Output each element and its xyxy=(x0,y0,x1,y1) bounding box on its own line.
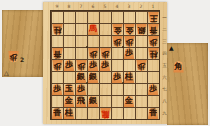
piece-7e: 歩 xyxy=(76,60,87,72)
gote-hand-歩: 歩 xyxy=(8,51,19,63)
sente-hand-角: 角 xyxy=(173,61,184,73)
hoshi-point xyxy=(86,46,88,48)
piece-1g: 歩 xyxy=(148,84,159,96)
file-label-6: 6 xyxy=(87,4,99,10)
piece-5i: 龍 xyxy=(100,108,111,120)
piece-9i: 香 xyxy=(52,108,63,120)
rank-label-2: 二 xyxy=(161,23,168,35)
file-label-2: 2 xyxy=(135,4,147,10)
piece-9e: 歩 xyxy=(52,60,63,72)
piece-4b: 金 xyxy=(112,24,123,36)
piece-8h: 金 xyxy=(64,96,75,108)
hoshi-point xyxy=(122,82,124,84)
sente-turn-marker: ▲ xyxy=(169,45,174,51)
piece-3d: 歩 xyxy=(124,48,135,60)
piece-3c: 歩 xyxy=(124,36,135,48)
rank-label-1: 一 xyxy=(161,11,168,23)
piece-7g: 歩 xyxy=(76,84,87,96)
piece-2b: 銀 xyxy=(136,24,147,36)
gote-side-marker: △ xyxy=(4,70,9,76)
piece-3h: 金 xyxy=(124,96,135,108)
piece-9g: 歩 xyxy=(52,84,63,96)
file-label-3: 3 xyxy=(123,4,135,10)
hoshi-point xyxy=(86,82,88,84)
piece-2e: 歩 xyxy=(136,60,147,72)
piece-7h: 飛 xyxy=(76,96,87,108)
piece-3b: 金 xyxy=(124,24,135,36)
piece-8i: 桂 xyxy=(64,108,75,120)
piece-6e: 歩 xyxy=(88,60,99,72)
piece-6d: 歩 xyxy=(88,48,99,60)
file-label-8: 8 xyxy=(63,4,75,10)
piece-1i: 香 xyxy=(148,108,159,120)
board-grid: 987654321一二三四五六七八九王桂馬金金銀香歩歩歩香歩歩歩桂歩歩歩歩歩歩銀… xyxy=(50,10,160,120)
file-label-7: 7 xyxy=(75,4,87,10)
hoshi-point xyxy=(122,46,124,48)
piece-1a: 王 xyxy=(148,12,159,24)
file-label-9: 9 xyxy=(51,4,63,10)
shogi-board: 987654321一二三四五六七八九王桂馬金金銀香歩歩歩香歩歩歩桂歩歩歩歩歩歩銀… xyxy=(43,2,167,124)
piece-1b: 香 xyxy=(148,24,159,36)
piece-4f: 歩 xyxy=(112,72,123,84)
piece-9b: 桂 xyxy=(52,24,63,36)
file-label-4: 4 xyxy=(111,4,123,10)
piece-4c: 歩 xyxy=(112,36,123,48)
piece-1d: 桂 xyxy=(148,48,159,60)
piece-1c: 歩 xyxy=(148,36,159,48)
piece-8e: 歩 xyxy=(64,60,75,72)
piece-6h: 銀 xyxy=(88,96,99,108)
file-label-1: 1 xyxy=(147,4,159,10)
piece-5e: 歩 xyxy=(100,60,111,72)
piece-6b: 馬 xyxy=(88,24,99,36)
piece-7f: 銀 xyxy=(76,72,87,84)
piece-8g: 玉 xyxy=(64,84,75,96)
sente-piece-stand: ▲ 角 xyxy=(167,43,208,125)
piece-5d: 歩 xyxy=(100,48,111,60)
piece-9d: 香 xyxy=(52,48,63,60)
piece-6f: 銀 xyxy=(88,72,99,84)
file-label-5: 5 xyxy=(99,4,111,10)
gote-piece-stand: △ 歩2 xyxy=(2,10,43,77)
piece-3f: 桂 xyxy=(124,72,135,84)
gote-hand-count: 2 xyxy=(20,57,24,63)
